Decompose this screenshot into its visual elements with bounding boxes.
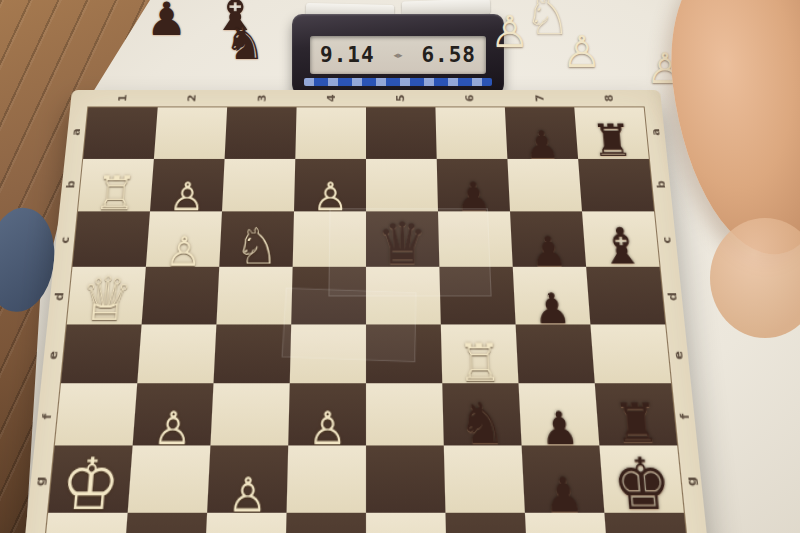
square-e3[interactable] [213, 324, 291, 384]
piece-bP-a7[interactable]: ♟ [523, 127, 560, 163]
square-c8[interactable]: ♝ [582, 212, 659, 267]
square-g5[interactable] [366, 446, 445, 514]
square-c2[interactable]: ♙ [146, 212, 222, 267]
square-b2[interactable]: ♙ [150, 159, 225, 212]
square-f7[interactable]: ♟ [519, 384, 600, 446]
square-f5[interactable] [366, 384, 444, 446]
piece-bR-a8[interactable]: ♜ [590, 120, 635, 163]
piece-wN-c3[interactable]: ♘ [233, 223, 279, 271]
square-e2[interactable] [137, 324, 216, 384]
square-a4[interactable] [295, 107, 366, 158]
captured-piece-wP: ♙ [562, 30, 601, 74]
square-d1[interactable]: ♕ [67, 267, 146, 324]
clock-center-indicator-icon: ◂▸ [393, 50, 402, 60]
coords-top-ranks: 12345678 [87, 90, 644, 106]
square-c3[interactable]: ♘ [219, 212, 294, 267]
square-h3[interactable] [204, 513, 287, 533]
piece-wR-e6[interactable]: ♖ [457, 339, 503, 389]
mat-surface: 12345678 12345678 abcdefgh abcdefgh ♟♜♖♙… [18, 90, 714, 533]
square-f3[interactable] [210, 384, 289, 446]
square-b3[interactable] [222, 159, 295, 212]
piece-bP-c7[interactable]: ♟ [529, 232, 567, 271]
piece-bB-c8[interactable]: ♝ [597, 223, 646, 271]
square-g8[interactable]: ♚ [599, 446, 683, 514]
piece-bP-g7[interactable]: ♟ [543, 473, 585, 519]
piece-wP-c2[interactable]: ♙ [164, 232, 202, 271]
piece-bP-d7[interactable]: ♟ [533, 288, 572, 328]
square-b1[interactable]: ♖ [78, 159, 154, 212]
square-a5[interactable] [366, 107, 437, 158]
square-e8[interactable] [590, 324, 671, 384]
clock-time-left: 9.14 [320, 43, 375, 67]
piece-wP-f4[interactable]: ♙ [308, 407, 347, 451]
square-b8[interactable] [578, 159, 654, 212]
piece-bP-f7[interactable]: ♟ [539, 407, 580, 451]
captured-piece-bP: ♟ [146, 0, 187, 42]
light-reflection [328, 208, 491, 296]
square-f4[interactable]: ♙ [288, 384, 366, 446]
piece-bK-g8[interactable]: ♚ [610, 451, 674, 519]
square-g1[interactable]: ♔ [48, 446, 132, 514]
square-h2[interactable]: ♙ [123, 513, 207, 533]
square-h5[interactable] [366, 513, 447, 533]
square-d3[interactable] [216, 267, 292, 324]
square-a7[interactable]: ♟ [505, 107, 578, 158]
piece-wP-f2[interactable]: ♙ [152, 407, 193, 451]
piece-bN-f6[interactable]: ♞ [457, 397, 506, 451]
square-b7[interactable] [507, 159, 582, 212]
square-e1[interactable] [61, 324, 142, 384]
square-f6[interactable]: ♞ [442, 384, 521, 446]
square-e6[interactable]: ♖ [441, 324, 519, 384]
square-a1[interactable] [83, 107, 157, 158]
piece-wQ-d1[interactable]: ♕ [78, 272, 135, 329]
piece-wP-g3[interactable]: ♙ [227, 473, 268, 519]
square-f1[interactable] [55, 384, 137, 446]
square-h7[interactable]: ♟ [525, 513, 609, 533]
piece-wK-g1[interactable]: ♔ [58, 451, 122, 519]
piece-wR-b1[interactable]: ♖ [93, 172, 139, 216]
square-b5[interactable] [366, 159, 438, 212]
square-b6[interactable]: ♟ [437, 159, 510, 212]
square-d2[interactable] [142, 267, 220, 324]
square-f2[interactable]: ♙ [133, 384, 214, 446]
square-h8[interactable] [604, 513, 690, 533]
square-c1[interactable] [72, 212, 149, 267]
square-a2[interactable] [154, 107, 227, 158]
piece-wP-b2[interactable]: ♙ [168, 179, 206, 216]
square-a3[interactable] [225, 107, 297, 158]
square-g4[interactable] [287, 446, 366, 514]
light-reflection [281, 288, 416, 363]
square-g7[interactable]: ♟ [522, 446, 605, 514]
square-f8[interactable]: ♜ [595, 384, 677, 446]
clock-time-right: 6.58 [421, 43, 476, 67]
square-h1[interactable] [41, 513, 127, 533]
square-g3[interactable]: ♙ [207, 446, 288, 514]
square-d8[interactable] [586, 267, 665, 324]
square-a8[interactable]: ♜ [574, 107, 648, 158]
square-h6[interactable] [445, 513, 528, 533]
player-forearm [710, 218, 800, 338]
square-c7[interactable]: ♟ [510, 212, 586, 267]
square-e7[interactable] [516, 324, 595, 384]
square-g2[interactable] [128, 446, 211, 514]
chess-mat: 12345678 12345678 abcdefgh abcdefgh ♟♜♖♙… [18, 90, 714, 533]
square-a6[interactable] [435, 107, 507, 158]
captured-piece-bN: ♞ [224, 20, 265, 66]
square-d7[interactable]: ♟ [513, 267, 591, 324]
square-b4[interactable]: ♙ [294, 159, 366, 212]
square-h4[interactable] [285, 513, 366, 533]
square-g6[interactable] [444, 446, 525, 514]
tournament-scene: 9.14 ◂▸ 6.58 ◇ ▣ ♟♝♞ ♙♘♙♙ 12345678 12345… [0, 0, 800, 533]
